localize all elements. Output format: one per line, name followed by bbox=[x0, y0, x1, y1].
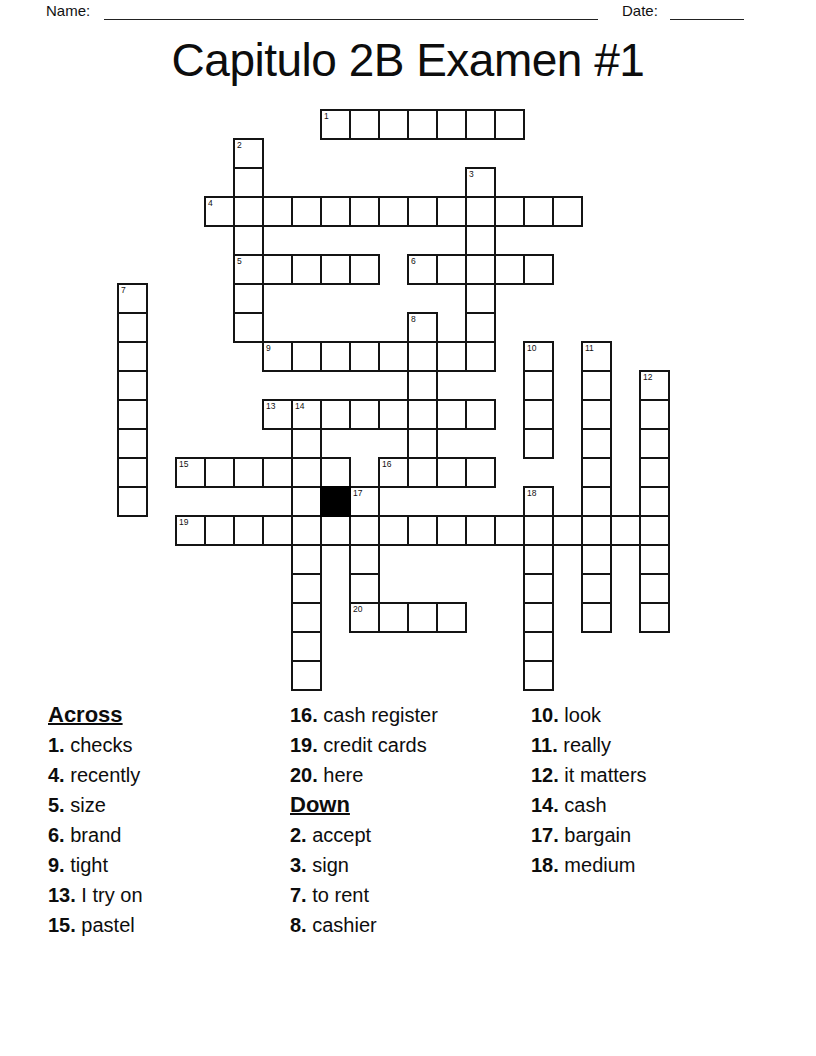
name-blank-line bbox=[104, 2, 598, 20]
grid-cell[interactable] bbox=[349, 341, 380, 372]
grid-cell[interactable] bbox=[436, 254, 467, 285]
grid-cell[interactable] bbox=[552, 196, 583, 227]
grid-cell[interactable] bbox=[117, 399, 148, 430]
clue-item: 6. brand bbox=[48, 820, 143, 850]
grid-cell[interactable] bbox=[407, 370, 438, 401]
grid-cell[interactable]: 1 bbox=[320, 109, 351, 140]
grid-cell[interactable] bbox=[407, 341, 438, 372]
grid-cell[interactable] bbox=[523, 515, 554, 546]
grid-cell[interactable] bbox=[407, 109, 438, 140]
grid-cell[interactable] bbox=[581, 370, 612, 401]
clue-item-text: it matters bbox=[559, 764, 647, 786]
clue-item: 17. bargain bbox=[531, 820, 647, 850]
clue-item-text: recently bbox=[65, 764, 141, 786]
grid-cell[interactable]: 6 bbox=[407, 254, 438, 285]
grid-cell[interactable] bbox=[233, 196, 264, 227]
clue-number: 12 bbox=[643, 372, 652, 382]
clue-item: 8. cashier bbox=[290, 910, 438, 940]
grid-cell[interactable] bbox=[523, 660, 554, 691]
clue-section-heading: Down bbox=[290, 790, 438, 820]
crossword-grid: 1253467891011121314151617201819 bbox=[117, 109, 670, 691]
grid-cell[interactable] bbox=[465, 225, 496, 256]
grid-cell[interactable] bbox=[581, 515, 612, 546]
clue-item: 13. I try on bbox=[48, 880, 143, 910]
grid-cell[interactable] bbox=[581, 457, 612, 488]
clue-item: 11. really bbox=[531, 730, 647, 760]
grid-cell[interactable]: 3 bbox=[465, 167, 496, 198]
clue-item: 4. recently bbox=[48, 760, 143, 790]
clue-item-text: pastel bbox=[76, 914, 135, 936]
clue-item-number: 9. bbox=[48, 854, 65, 876]
grid-cell[interactable] bbox=[117, 312, 148, 343]
clue-number: 19 bbox=[179, 517, 188, 527]
grid-cell[interactable]: 8 bbox=[407, 312, 438, 343]
date-blank-line bbox=[670, 2, 744, 20]
clue-number: 6 bbox=[411, 256, 416, 266]
clue-item-number: 14. bbox=[531, 794, 559, 816]
grid-cell[interactable] bbox=[581, 602, 612, 633]
grid-cell[interactable] bbox=[436, 196, 467, 227]
grid-cell[interactable]: 13 bbox=[262, 399, 293, 430]
date-label: Date: bbox=[622, 2, 658, 19]
grid-cell[interactable]: 16 bbox=[378, 457, 409, 488]
grid-cell[interactable] bbox=[320, 399, 351, 430]
clue-number: 5 bbox=[237, 256, 242, 266]
clue-item-number: 2. bbox=[290, 824, 307, 846]
clue-item-number: 20. bbox=[290, 764, 318, 786]
grid-cell[interactable] bbox=[117, 370, 148, 401]
grid-cell[interactable] bbox=[117, 428, 148, 459]
grid-cell[interactable] bbox=[117, 341, 148, 372]
grid-cell[interactable] bbox=[291, 515, 322, 546]
clue-item-text: really bbox=[558, 734, 611, 756]
grid-cell[interactable] bbox=[233, 167, 264, 198]
grid-cell[interactable] bbox=[233, 515, 264, 546]
clue-number: 2 bbox=[237, 140, 242, 150]
grid-cell[interactable] bbox=[523, 254, 554, 285]
grid-cell[interactable] bbox=[465, 254, 496, 285]
clue-item-text: I try on bbox=[76, 884, 143, 906]
grid-cell[interactable]: 9 bbox=[262, 341, 293, 372]
grid-cell[interactable] bbox=[320, 196, 351, 227]
grid-cell[interactable] bbox=[291, 544, 322, 575]
grid-cell[interactable] bbox=[262, 457, 293, 488]
grid-cell[interactable]: 18 bbox=[523, 486, 554, 517]
grid-cell[interactable] bbox=[262, 515, 293, 546]
grid-cell[interactable] bbox=[639, 515, 670, 546]
grid-cell[interactable] bbox=[407, 602, 438, 633]
clue-item-text: accept bbox=[307, 824, 371, 846]
grid-cell[interactable] bbox=[349, 109, 380, 140]
grid-cell[interactable] bbox=[291, 254, 322, 285]
grid-cell[interactable] bbox=[291, 486, 322, 517]
grid-cell[interactable] bbox=[378, 341, 409, 372]
clue-item-text: bargain bbox=[559, 824, 631, 846]
grid-cell[interactable] bbox=[639, 573, 670, 604]
grid-cell[interactable] bbox=[494, 109, 525, 140]
grid-cell[interactable] bbox=[465, 312, 496, 343]
clue-item-text: brand bbox=[65, 824, 122, 846]
grid-cell[interactable]: 17 bbox=[349, 486, 380, 517]
grid-cell[interactable] bbox=[436, 341, 467, 372]
grid-cell[interactable] bbox=[581, 486, 612, 517]
clue-item-number: 6. bbox=[48, 824, 65, 846]
clue-item-text: cash register bbox=[318, 704, 438, 726]
grid-cell[interactable] bbox=[204, 515, 235, 546]
clue-item: 12. it matters bbox=[531, 760, 647, 790]
grid-cell[interactable] bbox=[320, 254, 351, 285]
clue-item: 15. pastel bbox=[48, 910, 143, 940]
clue-item: 19. credit cards bbox=[290, 730, 438, 760]
grid-cell[interactable] bbox=[465, 283, 496, 314]
clue-item: 1. checks bbox=[48, 730, 143, 760]
grid-cell[interactable] bbox=[291, 457, 322, 488]
grid-cell[interactable]: 19 bbox=[175, 515, 206, 546]
clue-column-right: 10. look11. really12. it matters14. cash… bbox=[531, 700, 647, 880]
grid-cell[interactable] bbox=[465, 457, 496, 488]
clue-item: 20. here bbox=[290, 760, 438, 790]
grid-cell[interactable] bbox=[552, 515, 583, 546]
grid-cell[interactable] bbox=[465, 341, 496, 372]
clue-item-number: 17. bbox=[531, 824, 559, 846]
clue-item-number: 13. bbox=[48, 884, 76, 906]
grid-cell[interactable] bbox=[639, 428, 670, 459]
grid-cell[interactable] bbox=[320, 515, 351, 546]
clue-number: 4 bbox=[208, 198, 213, 208]
grid-cell[interactable] bbox=[291, 660, 322, 691]
clue-item: 2. accept bbox=[290, 820, 438, 850]
clue-item: 16. cash register bbox=[290, 700, 438, 730]
clue-item: 5. size bbox=[48, 790, 143, 820]
grid-cell[interactable] bbox=[407, 515, 438, 546]
grid-cell[interactable] bbox=[117, 486, 148, 517]
clue-item-number: 7. bbox=[290, 884, 307, 906]
grid-cell[interactable] bbox=[639, 457, 670, 488]
clue-item-text: look bbox=[559, 704, 601, 726]
clue-number: 18 bbox=[527, 488, 536, 498]
clue-number: 7 bbox=[121, 285, 126, 295]
grid-cell[interactable]: 7 bbox=[117, 283, 148, 314]
clue-item-number: 15. bbox=[48, 914, 76, 936]
grid-cell[interactable] bbox=[436, 515, 467, 546]
grid-cell[interactable] bbox=[378, 515, 409, 546]
grid-cell[interactable] bbox=[233, 457, 264, 488]
grid-cell[interactable] bbox=[117, 457, 148, 488]
clue-item-text: here bbox=[318, 764, 364, 786]
grid-cell[interactable] bbox=[291, 428, 322, 459]
grid-cell[interactable] bbox=[523, 573, 554, 604]
clue-number: 9 bbox=[266, 343, 271, 353]
clue-number: 17 bbox=[353, 488, 362, 498]
clue-item-number: 8. bbox=[290, 914, 307, 936]
grid-cell[interactable]: 5 bbox=[233, 254, 264, 285]
clue-item-number: 10. bbox=[531, 704, 559, 726]
grid-cell[interactable] bbox=[523, 631, 554, 662]
grid-cell[interactable] bbox=[436, 457, 467, 488]
grid-cell[interactable] bbox=[523, 428, 554, 459]
grid-cell[interactable] bbox=[465, 515, 496, 546]
clue-item: 9. tight bbox=[48, 850, 143, 880]
grid-cell[interactable] bbox=[349, 515, 380, 546]
grid-cell[interactable] bbox=[378, 399, 409, 430]
grid-cell[interactable] bbox=[349, 399, 380, 430]
clue-item: 14. cash bbox=[531, 790, 647, 820]
grid-cell[interactable] bbox=[349, 196, 380, 227]
clue-item-number: 19. bbox=[290, 734, 318, 756]
grid-cell[interactable] bbox=[523, 370, 554, 401]
grid-cell[interactable] bbox=[378, 109, 409, 140]
clue-item-text: cash bbox=[559, 794, 607, 816]
grid-cell[interactable] bbox=[291, 573, 322, 604]
grid-cell[interactable]: 2 bbox=[233, 138, 264, 169]
grid-cell[interactable] bbox=[610, 515, 641, 546]
clue-column-middle: 16. cash register19. credit cards20. her… bbox=[290, 700, 438, 940]
grid-cell[interactable] bbox=[378, 196, 409, 227]
grid-cell[interactable] bbox=[407, 457, 438, 488]
grid-cell[interactable] bbox=[291, 602, 322, 633]
grid-cell[interactable] bbox=[349, 254, 380, 285]
clue-number: 3 bbox=[469, 169, 474, 179]
clue-item: 18. medium bbox=[531, 850, 647, 880]
grid-cell[interactable] bbox=[523, 196, 554, 227]
grid-cell[interactable] bbox=[436, 602, 467, 633]
grid-cell[interactable] bbox=[436, 109, 467, 140]
grid-cell[interactable]: 10 bbox=[523, 341, 554, 372]
grid-cell[interactable] bbox=[581, 428, 612, 459]
clue-section-heading: Across bbox=[48, 700, 143, 730]
clue-item-text: medium bbox=[559, 854, 636, 876]
grid-cell[interactable]: 15 bbox=[175, 457, 206, 488]
clue-item-number: 12. bbox=[531, 764, 559, 786]
grid-cell[interactable] bbox=[494, 254, 525, 285]
clue-item-text: to rent bbox=[307, 884, 369, 906]
grid-cell[interactable] bbox=[291, 196, 322, 227]
grid-cell[interactable] bbox=[639, 602, 670, 633]
grid-cell[interactable] bbox=[262, 196, 293, 227]
grid-cell[interactable] bbox=[523, 544, 554, 575]
clue-item: 10. look bbox=[531, 700, 647, 730]
clue-item-text: cashier bbox=[307, 914, 377, 936]
grid-cell[interactable] bbox=[494, 196, 525, 227]
grid-cell[interactable] bbox=[581, 544, 612, 575]
grid-cell[interactable]: 20 bbox=[349, 602, 380, 633]
grid-cell[interactable] bbox=[465, 109, 496, 140]
grid-cell[interactable] bbox=[523, 399, 554, 430]
grid-cell[interactable] bbox=[407, 399, 438, 430]
clue-number: 20 bbox=[353, 604, 362, 614]
clue-item-number: 16. bbox=[290, 704, 318, 726]
grid-cell[interactable]: 12 bbox=[639, 370, 670, 401]
black-cell bbox=[320, 486, 351, 517]
grid-cell[interactable] bbox=[465, 399, 496, 430]
clue-item-text: checks bbox=[65, 734, 133, 756]
grid-cell[interactable] bbox=[291, 631, 322, 662]
clue-item-number: 4. bbox=[48, 764, 65, 786]
grid-cell[interactable] bbox=[233, 312, 264, 343]
clue-item-text: sign bbox=[307, 854, 349, 876]
grid-cell[interactable] bbox=[407, 196, 438, 227]
grid-cell[interactable] bbox=[639, 399, 670, 430]
grid-cell[interactable] bbox=[320, 341, 351, 372]
clue-item-text: tight bbox=[65, 854, 108, 876]
grid-cell[interactable] bbox=[407, 428, 438, 459]
grid-cell[interactable]: 11 bbox=[581, 341, 612, 372]
clue-item-number: 18. bbox=[531, 854, 559, 876]
grid-cell[interactable] bbox=[494, 515, 525, 546]
grid-cell[interactable] bbox=[349, 544, 380, 575]
grid-cell[interactable] bbox=[581, 399, 612, 430]
grid-cell[interactable] bbox=[349, 573, 380, 604]
grid-cell[interactable] bbox=[465, 196, 496, 227]
clue-item: 7. to rent bbox=[290, 880, 438, 910]
clue-item-number: 3. bbox=[290, 854, 307, 876]
clue-number: 13 bbox=[266, 401, 275, 411]
grid-cell[interactable] bbox=[639, 544, 670, 575]
clue-number: 16 bbox=[382, 459, 391, 469]
clue-number: 10 bbox=[527, 343, 536, 353]
clue-item-number: 11. bbox=[531, 734, 558, 756]
grid-cell[interactable] bbox=[523, 602, 554, 633]
grid-cell[interactable] bbox=[378, 602, 409, 633]
clue-item-number: 1. bbox=[48, 734, 65, 756]
grid-cell[interactable] bbox=[639, 486, 670, 517]
grid-cell[interactable]: 14 bbox=[291, 399, 322, 430]
grid-cell[interactable] bbox=[291, 341, 322, 372]
name-label: Name: bbox=[46, 2, 90, 19]
clue-item-number: 5. bbox=[48, 794, 65, 816]
clue-number: 1 bbox=[324, 111, 329, 121]
grid-cell[interactable] bbox=[581, 573, 612, 604]
grid-cell[interactable] bbox=[262, 254, 293, 285]
grid-cell[interactable]: 4 bbox=[204, 196, 235, 227]
grid-cell[interactable] bbox=[436, 399, 467, 430]
clue-item-text: credit cards bbox=[318, 734, 427, 756]
grid-cell[interactable] bbox=[233, 283, 264, 314]
clue-number: 14 bbox=[295, 401, 304, 411]
clue-number: 15 bbox=[179, 459, 188, 469]
clue-item: 3. sign bbox=[290, 850, 438, 880]
page-title: Capitulo 2B Examen #1 bbox=[0, 33, 816, 87]
grid-cell[interactable] bbox=[204, 457, 235, 488]
clue-number: 11 bbox=[585, 343, 594, 353]
grid-cell[interactable] bbox=[233, 225, 264, 256]
clue-number: 8 bbox=[411, 314, 416, 324]
grid-cell[interactable] bbox=[320, 457, 351, 488]
clue-column-left: Across1. checks4. recently5. size6. bran… bbox=[48, 700, 143, 940]
clue-item-text: size bbox=[65, 794, 106, 816]
